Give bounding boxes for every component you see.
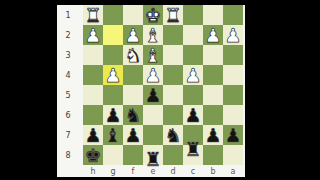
piece-white-pawn-a2[interactable]: ♟	[224, 26, 241, 45]
rank-label-3: 3	[57, 45, 79, 65]
square-f4[interactable]	[123, 65, 143, 85]
file-label-h: h	[83, 165, 103, 177]
square-f8[interactable]	[123, 145, 143, 165]
piece-black-pawn-c6[interactable]: ♟	[184, 106, 201, 125]
square-d4[interactable]	[163, 65, 183, 85]
square-f6[interactable]: ♞	[123, 105, 143, 125]
piece-white-king-e1[interactable]: ♚	[144, 6, 161, 25]
square-f2[interactable]: ♟	[123, 25, 143, 45]
chess-board[interactable]: ♜♚♜♟♟♝♟♟♞♝♟♟♟♟♟♞♟♟♝♟♞♟♟♚♜♜	[83, 5, 243, 165]
piece-black-rook-c8[interactable]: ♜	[184, 140, 201, 159]
square-e4[interactable]: ♟	[143, 65, 163, 85]
square-d1[interactable]: ♜	[163, 5, 183, 25]
square-f3[interactable]: ♞	[123, 45, 143, 65]
square-b3[interactable]	[203, 45, 223, 65]
rank-label-6: 6	[57, 105, 79, 125]
square-c6[interactable]: ♟	[183, 105, 203, 125]
piece-white-pawn-c4[interactable]: ♟	[184, 66, 201, 85]
square-c2[interactable]	[183, 25, 203, 45]
rank-label-1: 1	[57, 5, 79, 25]
rank-label-7: 7	[57, 125, 79, 145]
piece-white-pawn-e4[interactable]: ♟	[144, 66, 161, 85]
square-a5[interactable]	[223, 85, 243, 105]
square-h1[interactable]: ♜	[83, 5, 103, 25]
square-a4[interactable]	[223, 65, 243, 85]
piece-black-bishop-g7[interactable]: ♝	[104, 126, 121, 145]
square-h7[interactable]: ♟	[83, 125, 103, 145]
square-e7[interactable]	[143, 125, 163, 145]
rank-label-5: 5	[57, 85, 79, 105]
square-f5[interactable]	[123, 85, 143, 105]
square-g2[interactable]	[103, 25, 123, 45]
square-c3[interactable]	[183, 45, 203, 65]
square-d8[interactable]	[163, 145, 183, 165]
file-label-f: f	[123, 165, 143, 177]
square-b6[interactable]	[203, 105, 223, 125]
piece-black-pawn-f7[interactable]: ♟	[124, 126, 141, 145]
square-h2[interactable]: ♟	[83, 25, 103, 45]
piece-black-pawn-b7[interactable]: ♟	[204, 126, 221, 145]
piece-white-rook-d1[interactable]: ♜	[164, 6, 181, 25]
square-c5[interactable]	[183, 85, 203, 105]
square-g8[interactable]	[103, 145, 123, 165]
square-g7[interactable]: ♝	[103, 125, 123, 145]
square-g6[interactable]: ♟	[103, 105, 123, 125]
square-a8[interactable]	[223, 145, 243, 165]
square-a3[interactable]	[223, 45, 243, 65]
square-e6[interactable]	[143, 105, 163, 125]
piece-white-knight-f3[interactable]: ♞	[124, 46, 141, 65]
square-a1[interactable]	[223, 5, 243, 25]
piece-white-pawn-g4[interactable]: ♟	[104, 66, 121, 85]
square-d2[interactable]	[163, 25, 183, 45]
square-g5[interactable]	[103, 85, 123, 105]
square-d5[interactable]	[163, 85, 183, 105]
square-c8[interactable]: ♜	[183, 145, 203, 165]
square-b5[interactable]	[203, 85, 223, 105]
piece-black-pawn-h7[interactable]: ♟	[84, 126, 101, 145]
square-g3[interactable]	[103, 45, 123, 65]
square-h3[interactable]	[83, 45, 103, 65]
square-a6[interactable]	[223, 105, 243, 125]
square-h6[interactable]	[83, 105, 103, 125]
square-g1[interactable]	[103, 5, 123, 25]
square-e1[interactable]: ♚	[143, 5, 163, 25]
file-label-c: c	[183, 165, 203, 177]
rank-label-4: 4	[57, 65, 79, 85]
square-a7[interactable]: ♟	[223, 125, 243, 145]
file-label-g: g	[103, 165, 123, 177]
square-d3[interactable]	[163, 45, 183, 65]
file-label-b: b	[203, 165, 223, 177]
rank-label-strip: 12345678	[57, 5, 83, 177]
piece-white-pawn-f2[interactable]: ♟	[124, 26, 141, 45]
piece-black-pawn-e5[interactable]: ♟	[144, 86, 161, 105]
square-d7[interactable]: ♞	[163, 125, 183, 145]
square-d6[interactable]	[163, 105, 183, 125]
square-b1[interactable]	[203, 5, 223, 25]
rank-label-2: 2	[57, 25, 79, 45]
square-e5[interactable]: ♟	[143, 85, 163, 105]
square-f1[interactable]	[123, 5, 143, 25]
square-e2[interactable]: ♝	[143, 25, 163, 45]
square-b2[interactable]: ♟	[203, 25, 223, 45]
square-c1[interactable]	[183, 5, 203, 25]
piece-white-bishop-e3[interactable]: ♝	[144, 46, 161, 65]
square-b8[interactable]	[203, 145, 223, 165]
piece-white-pawn-b2[interactable]: ♟	[204, 26, 221, 45]
square-c4[interactable]: ♟	[183, 65, 203, 85]
file-label-d: d	[163, 165, 183, 177]
square-g4[interactable]: ♟	[103, 65, 123, 85]
square-h4[interactable]	[83, 65, 103, 85]
piece-white-bishop-e2[interactable]: ♝	[144, 26, 161, 45]
square-b7[interactable]: ♟	[203, 125, 223, 145]
piece-black-pawn-a7[interactable]: ♟	[224, 126, 241, 145]
square-a2[interactable]: ♟	[223, 25, 243, 45]
file-label-a: a	[223, 165, 243, 177]
square-h5[interactable]	[83, 85, 103, 105]
board-right-edge	[243, 5, 245, 177]
piece-black-knight-d7[interactable]: ♞	[164, 126, 181, 145]
piece-black-rook-e8[interactable]: ♜	[144, 150, 161, 169]
file-label-strip: hgfedcba	[83, 165, 245, 177]
square-e8[interactable]: ♜	[143, 145, 163, 165]
rank-label-8: 8	[57, 145, 79, 165]
piece-white-rook-h1[interactable]: ♜	[84, 6, 101, 25]
piece-black-knight-f6[interactable]: ♞	[124, 106, 141, 125]
piece-white-pawn-h2[interactable]: ♟	[84, 26, 101, 45]
square-f7[interactable]: ♟	[123, 125, 143, 145]
piece-black-king-h8[interactable]: ♚	[84, 146, 101, 165]
square-h8[interactable]: ♚	[83, 145, 103, 165]
square-e3[interactable]: ♝	[143, 45, 163, 65]
piece-black-pawn-g6[interactable]: ♟	[104, 106, 121, 125]
square-b4[interactable]	[203, 65, 223, 85]
